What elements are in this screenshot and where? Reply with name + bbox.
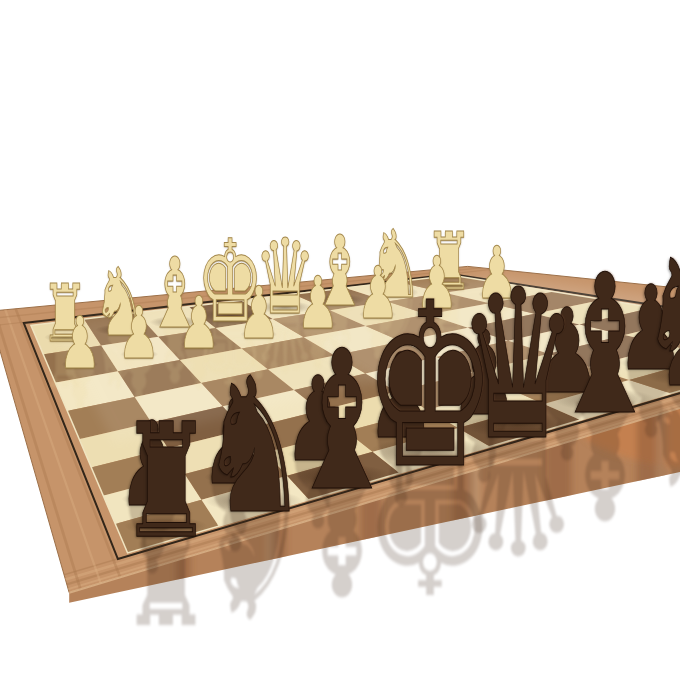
piece-black-rook-h8: ♜ [119, 402, 213, 560]
piece-white-pawn-g2: ♟ [118, 297, 161, 369]
pieces-layer: ♜♜♞♞♝♝♚♚♛♛♝♝♞♞♜♜♟♟♟♟♟♟♟♟♟♟♟♟♟♟♟♟♟♟♟♟♟♟♟♟… [0, 0, 680, 680]
piece-white-pawn-h2: ♟ [58, 307, 101, 379]
chess-set-photo: ♜♜♞♞♝♝♚♚♛♛♝♝♞♞♜♜♟♟♟♟♟♟♟♟♟♟♟♟♟♟♟♟♟♟♟♟♟♟♟♟… [0, 0, 680, 680]
piece-black-knight-g8: ♞ [199, 354, 309, 541]
